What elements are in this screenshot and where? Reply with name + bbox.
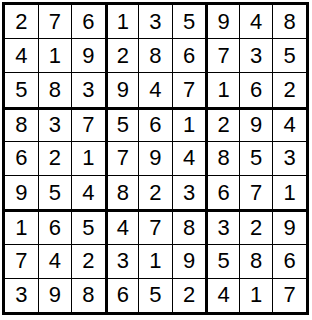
cell-r3c5[interactable]: 4	[139, 73, 172, 106]
cell-r2c2[interactable]: 1	[39, 39, 72, 72]
cell-r7c1[interactable]: 1	[5, 210, 38, 243]
cell-r2c4[interactable]: 2	[106, 39, 139, 72]
cell-r3c7[interactable]: 1	[206, 73, 239, 106]
cell-r1c1[interactable]: 2	[5, 5, 38, 38]
cell-r6c6[interactable]: 3	[173, 176, 206, 209]
cell-r4c6[interactable]: 1	[173, 108, 206, 141]
cell-r9c6[interactable]: 2	[173, 279, 206, 312]
cell-r4c8[interactable]: 9	[240, 108, 273, 141]
cell-r1c7[interactable]: 9	[206, 5, 239, 38]
cell-r3c3[interactable]: 3	[72, 73, 105, 106]
cell-r5c3[interactable]: 1	[72, 142, 105, 175]
cell-r1c5[interactable]: 3	[139, 5, 172, 38]
cell-r8c4[interactable]: 3	[106, 245, 139, 278]
cell-r2c8[interactable]: 3	[240, 39, 273, 72]
cell-r5c2[interactable]: 2	[39, 142, 72, 175]
cell-r8c1[interactable]: 7	[5, 245, 38, 278]
cell-r5c9[interactable]: 3	[273, 142, 306, 175]
cell-r3c4[interactable]: 9	[106, 73, 139, 106]
cell-r1c8[interactable]: 4	[240, 5, 273, 38]
cell-r2c1[interactable]: 4	[5, 39, 38, 72]
cell-r6c1[interactable]: 9	[5, 176, 38, 209]
cell-r2c9[interactable]: 5	[273, 39, 306, 72]
cell-r3c9[interactable]: 2	[273, 73, 306, 106]
cell-r5c8[interactable]: 5	[240, 142, 273, 175]
cell-r4c4[interactable]: 5	[106, 108, 139, 141]
cell-r4c3[interactable]: 7	[72, 108, 105, 141]
cell-r3c1[interactable]: 5	[5, 73, 38, 106]
cell-r4c7[interactable]: 2	[206, 108, 239, 141]
cell-r5c1[interactable]: 6	[5, 142, 38, 175]
cell-r2c7[interactable]: 7	[206, 39, 239, 72]
cell-r8c7[interactable]: 5	[206, 245, 239, 278]
cell-r8c5[interactable]: 1	[139, 245, 172, 278]
cell-r9c7[interactable]: 4	[206, 279, 239, 312]
cell-r2c6[interactable]: 6	[173, 39, 206, 72]
cell-r7c4[interactable]: 4	[106, 210, 139, 243]
cell-r4c1[interactable]: 8	[5, 108, 38, 141]
cell-r1c6[interactable]: 5	[173, 5, 206, 38]
cell-r3c8[interactable]: 6	[240, 73, 273, 106]
cell-r5c5[interactable]: 9	[139, 142, 172, 175]
cell-r3c2[interactable]: 8	[39, 73, 72, 106]
cell-r6c3[interactable]: 4	[72, 176, 105, 209]
cell-r9c3[interactable]: 8	[72, 279, 105, 312]
cell-r2c5[interactable]: 8	[139, 39, 172, 72]
cell-r6c2[interactable]: 5	[39, 176, 72, 209]
cell-r9c2[interactable]: 9	[39, 279, 72, 312]
cell-r8c9[interactable]: 6	[273, 245, 306, 278]
cell-r6c9[interactable]: 1	[273, 176, 306, 209]
cell-r7c3[interactable]: 5	[72, 210, 105, 243]
cell-r9c1[interactable]: 3	[5, 279, 38, 312]
cell-r6c8[interactable]: 7	[240, 176, 273, 209]
cell-r5c7[interactable]: 8	[206, 142, 239, 175]
cell-r5c4[interactable]: 7	[106, 142, 139, 175]
cell-r6c4[interactable]: 8	[106, 176, 139, 209]
cell-r2c3[interactable]: 9	[72, 39, 105, 72]
cell-r5c6[interactable]: 4	[173, 142, 206, 175]
cell-r1c2[interactable]: 7	[39, 5, 72, 38]
cell-r1c3[interactable]: 6	[72, 5, 105, 38]
cell-r8c6[interactable]: 9	[173, 245, 206, 278]
cell-r6c5[interactable]: 2	[139, 176, 172, 209]
cell-r3c6[interactable]: 7	[173, 73, 206, 106]
cell-r8c2[interactable]: 4	[39, 245, 72, 278]
sudoku-board: 2761359484192867355839471628375612946217…	[2, 2, 309, 315]
cell-r1c9[interactable]: 8	[273, 5, 306, 38]
cell-r8c3[interactable]: 2	[72, 245, 105, 278]
cell-r8c8[interactable]: 8	[240, 245, 273, 278]
cell-r7c9[interactable]: 9	[273, 210, 306, 243]
cell-r4c5[interactable]: 6	[139, 108, 172, 141]
cell-r6c7[interactable]: 6	[206, 176, 239, 209]
cell-r4c2[interactable]: 3	[39, 108, 72, 141]
cell-r9c8[interactable]: 1	[240, 279, 273, 312]
cell-r7c6[interactable]: 8	[173, 210, 206, 243]
cell-r9c4[interactable]: 6	[106, 279, 139, 312]
cell-r9c5[interactable]: 5	[139, 279, 172, 312]
cell-r7c5[interactable]: 7	[139, 210, 172, 243]
cell-r7c2[interactable]: 6	[39, 210, 72, 243]
cell-r1c4[interactable]: 1	[106, 5, 139, 38]
cell-r7c7[interactable]: 3	[206, 210, 239, 243]
cell-r4c9[interactable]: 4	[273, 108, 306, 141]
cell-r9c9[interactable]: 7	[273, 279, 306, 312]
cell-r7c8[interactable]: 2	[240, 210, 273, 243]
